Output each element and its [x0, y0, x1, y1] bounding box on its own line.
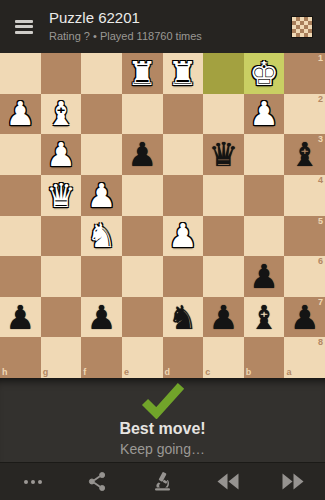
square-d4[interactable] — [163, 175, 204, 216]
square-c4[interactable] — [203, 175, 244, 216]
square-f5[interactable]: ♞ — [81, 216, 122, 257]
square-f2[interactable] — [81, 94, 122, 135]
rank-label-4: 4 — [318, 176, 323, 185]
rank-label-6: 6 — [318, 257, 323, 266]
piece-wP-g3[interactable]: ♟ — [41, 134, 82, 175]
square-e2[interactable] — [122, 94, 163, 135]
header-titles: Puzzle 62201 Rating ? • Played 118760 ti… — [49, 9, 202, 44]
square-f1[interactable] — [81, 53, 122, 94]
square-a2[interactable]: 2 — [284, 94, 325, 135]
square-h5[interactable] — [0, 216, 41, 257]
file-label-g: g — [43, 368, 49, 377]
square-a4[interactable]: 4 — [284, 175, 325, 216]
square-d3[interactable] — [163, 134, 204, 175]
square-d7[interactable]: ♞ — [163, 297, 204, 338]
square-f3[interactable] — [81, 134, 122, 175]
feedback-title: Best move! — [119, 420, 205, 438]
file-label-d: d — [165, 368, 171, 377]
square-h2[interactable]: ♟ — [0, 94, 41, 135]
share-button[interactable] — [65, 463, 130, 500]
toolbar — [0, 463, 325, 500]
analysis-button[interactable] — [130, 463, 195, 500]
share-icon — [87, 471, 108, 492]
file-label-a: a — [286, 368, 291, 377]
feedback-subtitle: Keep going… — [120, 441, 205, 457]
rank-label-8: 8 — [318, 338, 323, 347]
square-f6[interactable] — [81, 256, 122, 297]
piece-wQ-g4[interactable]: ♛ — [41, 175, 82, 216]
square-a3[interactable]: 3♝ — [284, 134, 325, 175]
square-f7[interactable]: ♟ — [81, 297, 122, 338]
square-d5[interactable]: ♟ — [163, 216, 204, 257]
square-a1[interactable]: 1 — [284, 53, 325, 94]
square-b2[interactable]: ♟ — [244, 94, 285, 135]
piece-bB-b7[interactable]: ♝ — [244, 297, 285, 338]
file-label-c: c — [205, 368, 210, 377]
square-b3[interactable] — [244, 134, 285, 175]
rank-label-1: 1 — [318, 54, 323, 63]
square-c2[interactable] — [203, 94, 244, 135]
piece-bP-b6[interactable]: ♟ — [244, 256, 285, 297]
ellipsis-icon — [24, 480, 42, 484]
back-button[interactable] — [195, 463, 260, 500]
square-e5[interactable] — [122, 216, 163, 257]
piece-bQ-c3[interactable]: ♛ — [203, 134, 244, 175]
square-a6[interactable]: 6 — [284, 256, 325, 297]
square-h3[interactable] — [0, 134, 41, 175]
board-theme-icon[interactable] — [291, 16, 313, 38]
chess-board[interactable]: ♜♜♚1♟♝♟2♟♟♛3♝♛♟4♞♟5♟6♟♟♞♟♝7♟hgfedcb8a — [0, 53, 325, 378]
piece-wP-h2[interactable]: ♟ — [0, 94, 41, 135]
square-g8[interactable]: g — [41, 337, 82, 378]
file-label-f: f — [83, 368, 86, 377]
square-d6[interactable] — [163, 256, 204, 297]
square-g7[interactable] — [41, 297, 82, 338]
square-b7[interactable]: ♝ — [244, 297, 285, 338]
piece-bP-e3[interactable]: ♟ — [122, 134, 163, 175]
piece-wR-e1[interactable]: ♜ — [122, 53, 163, 94]
piece-bN-d7[interactable]: ♞ — [163, 297, 204, 338]
square-b8[interactable]: b — [244, 337, 285, 378]
square-h6[interactable] — [0, 256, 41, 297]
more-button[interactable] — [0, 463, 65, 500]
square-b4[interactable] — [244, 175, 285, 216]
square-e7[interactable] — [122, 297, 163, 338]
feedback-panel: Best move! Keep going… — [0, 378, 325, 463]
fast-forward-icon — [282, 473, 304, 490]
square-g6[interactable] — [41, 256, 82, 297]
microscope-icon — [152, 471, 173, 493]
square-d2[interactable] — [163, 94, 204, 135]
piece-wP-d5[interactable]: ♟ — [163, 216, 204, 257]
piece-wB-g2[interactable]: ♝ — [41, 94, 82, 135]
piece-wP-b2[interactable]: ♟ — [244, 94, 285, 135]
square-e4[interactable] — [122, 175, 163, 216]
square-c1[interactable] — [203, 53, 244, 94]
piece-bP-h7[interactable]: ♟ — [0, 297, 41, 338]
square-a5[interactable]: 5 — [284, 216, 325, 257]
square-a8[interactable]: 8a — [284, 337, 325, 378]
square-b1[interactable]: ♚ — [244, 53, 285, 94]
piece-bP-f7[interactable]: ♟ — [81, 297, 122, 338]
menu-icon[interactable] — [15, 20, 33, 34]
square-g4[interactable]: ♛ — [41, 175, 82, 216]
square-h4[interactable] — [0, 175, 41, 216]
square-c7[interactable]: ♟ — [203, 297, 244, 338]
puzzle-stats: Rating ? • Played 118760 times — [49, 30, 202, 44]
rewind-icon — [217, 473, 239, 490]
square-g2[interactable]: ♝ — [41, 94, 82, 135]
square-e3[interactable]: ♟ — [122, 134, 163, 175]
square-h1[interactable] — [0, 53, 41, 94]
piece-wK-b1[interactable]: ♚ — [244, 53, 285, 94]
forward-button[interactable] — [260, 463, 325, 500]
square-e6[interactable] — [122, 256, 163, 297]
checkmark-icon — [140, 383, 186, 419]
rank-label-2: 2 — [318, 95, 323, 104]
square-a7[interactable]: 7♟ — [284, 297, 325, 338]
square-c6[interactable] — [203, 256, 244, 297]
piece-bP-c7[interactable]: ♟ — [203, 297, 244, 338]
square-f8[interactable]: f — [81, 337, 122, 378]
piece-bB-a3[interactable]: ♝ — [284, 134, 325, 175]
rank-label-5: 5 — [318, 217, 323, 226]
file-label-b: b — [246, 368, 252, 377]
square-d1[interactable]: ♜ — [163, 53, 204, 94]
square-c5[interactable] — [203, 216, 244, 257]
file-label-h: h — [2, 368, 8, 377]
puzzle-app: Puzzle 62201 Rating ? • Played 118760 ti… — [0, 0, 325, 500]
square-h7[interactable]: ♟ — [0, 297, 41, 338]
piece-wP-f4[interactable]: ♟ — [81, 175, 122, 216]
square-g3[interactable]: ♟ — [41, 134, 82, 175]
square-d8[interactable]: d — [163, 337, 204, 378]
page-title: Puzzle 62201 — [49, 9, 202, 28]
square-e8[interactable]: e — [122, 337, 163, 378]
square-h8[interactable]: h — [0, 337, 41, 378]
square-c8[interactable]: c — [203, 337, 244, 378]
square-b5[interactable] — [244, 216, 285, 257]
piece-wR-d1[interactable]: ♜ — [163, 53, 204, 94]
square-g5[interactable] — [41, 216, 82, 257]
square-e1[interactable]: ♜ — [122, 53, 163, 94]
file-label-e: e — [124, 368, 129, 377]
square-b6[interactable]: ♟ — [244, 256, 285, 297]
square-g1[interactable] — [41, 53, 82, 94]
header: Puzzle 62201 Rating ? • Played 118760 ti… — [0, 0, 325, 53]
piece-wN-f5[interactable]: ♞ — [81, 216, 122, 257]
square-c3[interactable]: ♛ — [203, 134, 244, 175]
square-f4[interactable]: ♟ — [81, 175, 122, 216]
piece-bP-a7[interactable]: ♟ — [284, 297, 325, 338]
